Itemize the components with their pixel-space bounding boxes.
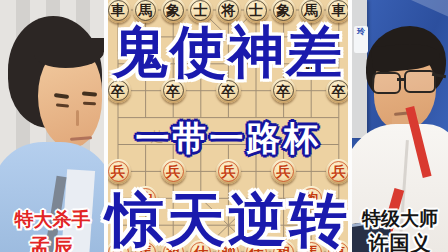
right-player-title: 特级大师 (352, 209, 448, 228)
piece-glyph: 兵 (106, 159, 131, 184)
piece-red-兵[interactable]: 兵 (161, 159, 186, 184)
wall-tag: 玲 (354, 26, 368, 53)
piece-glyph: 兵 (161, 159, 186, 184)
left-player-nose (76, 110, 79, 126)
piece-glyph: 兵 (271, 159, 296, 184)
thumbnail: 楚 河 汉 界 車馬象士将士象馬車砲砲卒卒卒卒卒兵兵兵兵兵炮炮車馬相仕帥仕相馬車… (0, 0, 448, 252)
event-badge: 一带一路杯 (100, 121, 356, 155)
right-player-name: 许国义 (352, 233, 448, 252)
glasses-left-lens (372, 72, 401, 94)
title-bottom: 惊天逆转 (100, 191, 356, 249)
title-top: 鬼使神差 (100, 24, 356, 80)
left-player-name: 孟辰 (0, 236, 105, 252)
piece-red-兵[interactable]: 兵 (271, 159, 296, 184)
piece-red-兵[interactable]: 兵 (216, 159, 241, 184)
piece-glyph: 兵 (216, 159, 241, 184)
glasses-bridge (397, 78, 405, 81)
piece-red-兵[interactable]: 兵 (106, 159, 131, 184)
left-player-title: 特大杀手 (0, 210, 105, 229)
